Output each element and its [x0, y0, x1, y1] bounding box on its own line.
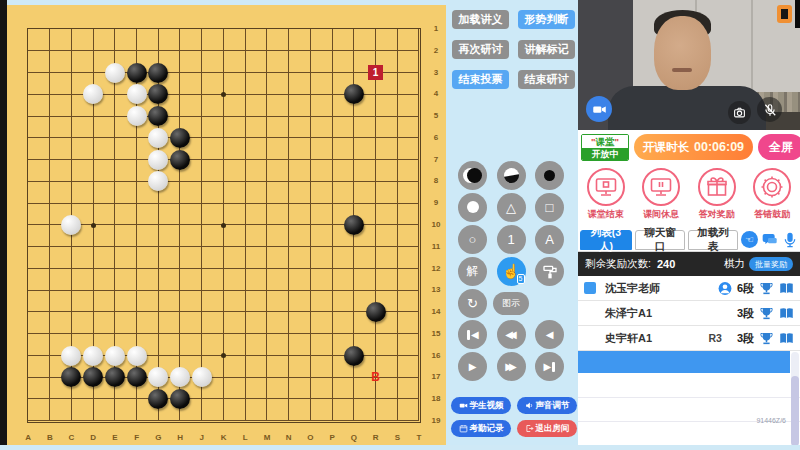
board-point[interactable] [408, 323, 430, 345]
board-point[interactable] [169, 279, 191, 301]
board-point[interactable] [408, 410, 430, 432]
board-point[interactable] [299, 258, 321, 280]
board-point[interactable] [191, 127, 213, 149]
board-point[interactable] [104, 323, 126, 345]
board-point[interactable] [234, 214, 256, 236]
board-point[interactable] [256, 170, 278, 192]
board-point[interactable] [234, 192, 256, 214]
board-point[interactable] [104, 258, 126, 280]
board-point[interactable] [104, 236, 126, 258]
board-point[interactable] [17, 170, 39, 192]
board-point[interactable] [408, 105, 430, 127]
board-point[interactable] [147, 301, 169, 323]
board-point[interactable] [147, 192, 169, 214]
white-stone[interactable] [105, 346, 125, 366]
member-row[interactable]: 沈玉宇老师6段 [578, 276, 800, 301]
scrollbar-thumb[interactable] [791, 376, 799, 446]
board-point[interactable] [234, 149, 256, 171]
board-point[interactable] [169, 105, 191, 127]
board-point[interactable] [82, 192, 104, 214]
board-point[interactable] [321, 388, 343, 410]
board-point[interactable] [234, 279, 256, 301]
board-point[interactable] [278, 410, 300, 432]
board-point[interactable] [299, 149, 321, 171]
board-point[interactable] [213, 388, 235, 410]
board-point[interactable] [82, 323, 104, 345]
white-stone[interactable] [127, 346, 147, 366]
board-point[interactable] [321, 192, 343, 214]
board-point[interactable] [299, 345, 321, 367]
board-point[interactable] [147, 18, 169, 40]
board-point[interactable] [104, 301, 126, 323]
board-point[interactable] [365, 258, 387, 280]
board-point[interactable] [17, 279, 39, 301]
board-point[interactable] [234, 40, 256, 62]
board-point[interactable] [234, 388, 256, 410]
board-point[interactable] [213, 40, 235, 62]
board-point[interactable] [408, 149, 430, 171]
fullscreen-button[interactable]: 全屏 [758, 134, 800, 160]
board-point[interactable] [39, 105, 61, 127]
book-icon[interactable] [779, 331, 794, 346]
board-point[interactable] [234, 105, 256, 127]
board-point[interactable] [365, 236, 387, 258]
board-point[interactable] [256, 149, 278, 171]
tab-加载列表[interactable]: 加载列表 [688, 230, 738, 250]
board-point[interactable] [386, 83, 408, 105]
board-point[interactable] [104, 170, 126, 192]
board-point[interactable] [169, 345, 191, 367]
board-point[interactable] [278, 236, 300, 258]
board-point[interactable] [191, 192, 213, 214]
board-point[interactable] [299, 18, 321, 40]
reward-action-课间休息[interactable]: 课间休息 [642, 168, 680, 221]
board-point[interactable] [17, 323, 39, 345]
board-point[interactable] [82, 410, 104, 432]
board-point[interactable] [343, 18, 365, 40]
board-point[interactable] [147, 40, 169, 62]
board-point[interactable] [386, 323, 408, 345]
white-stone[interactable] [127, 84, 147, 104]
board-point[interactable] [39, 345, 61, 367]
board-point[interactable] [343, 62, 365, 84]
board-point[interactable] [343, 366, 365, 388]
board-point[interactable] [213, 258, 235, 280]
forward-button[interactable]: ▶ [458, 352, 487, 381]
dot-white-button[interactable] [458, 193, 487, 222]
board-point[interactable] [365, 323, 387, 345]
board-point[interactable] [365, 410, 387, 432]
board-point[interactable] [343, 279, 365, 301]
board-point[interactable] [234, 323, 256, 345]
board-point[interactable] [408, 388, 430, 410]
board-point[interactable] [169, 83, 191, 105]
letter-marker-button[interactable]: A [535, 225, 564, 254]
triangle-marker-button[interactable]: △ [497, 193, 526, 222]
board-point[interactable] [256, 192, 278, 214]
board-point[interactable] [17, 127, 39, 149]
board-point[interactable] [299, 323, 321, 345]
board-point[interactable] [299, 170, 321, 192]
board-point[interactable] [408, 170, 430, 192]
board-point[interactable] [278, 62, 300, 84]
board-point[interactable] [61, 388, 83, 410]
board-point[interactable] [39, 170, 61, 192]
board-point[interactable] [147, 258, 169, 280]
white-stone[interactable] [148, 150, 168, 170]
board-point[interactable] [17, 258, 39, 280]
board-point[interactable] [321, 323, 343, 345]
board-point[interactable] [343, 301, 365, 323]
board-point[interactable] [169, 236, 191, 258]
board-point[interactable] [299, 410, 321, 432]
answer-button[interactable]: 解 [458, 257, 487, 286]
board-point[interactable] [408, 40, 430, 62]
board-point[interactable] [256, 127, 278, 149]
board-point[interactable] [213, 323, 235, 345]
board-point[interactable] [17, 388, 39, 410]
board-point[interactable] [408, 214, 430, 236]
board-point[interactable] [82, 258, 104, 280]
board-point[interactable] [234, 366, 256, 388]
board-point[interactable] [256, 214, 278, 236]
board-point[interactable] [299, 192, 321, 214]
board-point[interactable] [39, 62, 61, 84]
black-stone[interactable] [344, 84, 364, 104]
board-point[interactable] [321, 410, 343, 432]
board-point[interactable] [343, 388, 365, 410]
stone-half-button[interactable] [497, 161, 526, 190]
board-point[interactable] [61, 170, 83, 192]
board-point[interactable] [321, 279, 343, 301]
board-point[interactable] [147, 410, 169, 432]
tab-列表(3人)[interactable]: 列表(3人) [580, 230, 632, 250]
selected-row[interactable] [578, 351, 790, 373]
board-point[interactable] [299, 127, 321, 149]
board-point[interactable] [213, 170, 235, 192]
board-point[interactable] [321, 170, 343, 192]
board-point[interactable] [343, 170, 365, 192]
board-point[interactable] [82, 236, 104, 258]
board-point[interactable] [82, 279, 104, 301]
board-point[interactable] [278, 105, 300, 127]
board-point[interactable] [61, 301, 83, 323]
board-point[interactable] [169, 410, 191, 432]
board-point[interactable] [321, 40, 343, 62]
board-point[interactable] [213, 18, 235, 40]
black-stone[interactable] [344, 346, 364, 366]
video-call-button[interactable] [586, 96, 612, 122]
board-point[interactable] [278, 366, 300, 388]
board-point[interactable] [256, 410, 278, 432]
board-point[interactable] [213, 105, 235, 127]
board-point[interactable] [256, 83, 278, 105]
board-point[interactable] [61, 258, 83, 280]
board-point[interactable] [191, 214, 213, 236]
board-point[interactable] [256, 301, 278, 323]
board-point[interactable] [386, 410, 408, 432]
board-point[interactable] [256, 279, 278, 301]
board-point[interactable] [386, 40, 408, 62]
last-move-button[interactable]: ▶ [535, 352, 564, 381]
board-point[interactable] [321, 258, 343, 280]
board-point[interactable] [147, 345, 169, 367]
hand-icon[interactable]: ☜ [741, 231, 758, 248]
board-point[interactable] [191, 258, 213, 280]
board-point[interactable] [39, 40, 61, 62]
board-point[interactable] [386, 62, 408, 84]
board-point[interactable] [408, 83, 430, 105]
board-point[interactable] [82, 149, 104, 171]
board-point[interactable] [234, 410, 256, 432]
board-point[interactable] [234, 345, 256, 367]
board-point[interactable] [104, 410, 126, 432]
board-point[interactable] [299, 62, 321, 84]
board-point[interactable] [191, 40, 213, 62]
board-point[interactable] [17, 105, 39, 127]
session-button-加载讲义[interactable]: 加载讲义 [452, 10, 509, 29]
board-point[interactable] [386, 388, 408, 410]
board-point[interactable] [278, 388, 300, 410]
board-point[interactable] [61, 149, 83, 171]
board-point[interactable] [213, 279, 235, 301]
board-point[interactable] [299, 214, 321, 236]
board-point[interactable] [17, 214, 39, 236]
board-point[interactable] [104, 18, 126, 40]
board-point[interactable] [169, 258, 191, 280]
board-point[interactable] [278, 40, 300, 62]
tab-聊天窗口[interactable]: 聊天窗口 [635, 230, 685, 250]
board-point[interactable] [17, 40, 39, 62]
board-point[interactable] [365, 149, 387, 171]
board-point[interactable] [39, 279, 61, 301]
board-point[interactable] [104, 388, 126, 410]
session-button-再次研讨[interactable]: 再次研讨 [452, 40, 509, 59]
board-point[interactable] [61, 62, 83, 84]
board-point[interactable] [386, 149, 408, 171]
board-point[interactable] [39, 83, 61, 105]
board-point[interactable] [126, 127, 148, 149]
board-point[interactable] [191, 279, 213, 301]
board-point[interactable] [278, 83, 300, 105]
board-point[interactable] [191, 323, 213, 345]
board-point[interactable] [234, 236, 256, 258]
board-point[interactable] [191, 149, 213, 171]
board-point[interactable] [256, 366, 278, 388]
board-point[interactable] [104, 105, 126, 127]
board-point[interactable] [126, 388, 148, 410]
board-point[interactable] [213, 301, 235, 323]
board-point[interactable] [408, 18, 430, 40]
board-point[interactable] [126, 40, 148, 62]
board-point[interactable] [169, 170, 191, 192]
board-point[interactable] [169, 192, 191, 214]
square-marker-button[interactable]: □ [535, 193, 564, 222]
board-point[interactable] [321, 105, 343, 127]
black-stone[interactable] [127, 367, 147, 387]
board-point[interactable] [61, 83, 83, 105]
board-point[interactable] [299, 83, 321, 105]
board-point[interactable] [365, 83, 387, 105]
reward-action-答错鼓励[interactable]: 答错鼓励 [753, 168, 791, 221]
fast-back-button[interactable]: ◀◀ [497, 320, 526, 349]
board-point[interactable] [17, 236, 39, 258]
board-point[interactable] [256, 388, 278, 410]
board-point[interactable] [17, 83, 39, 105]
board-point[interactable] [408, 301, 430, 323]
board-point[interactable] [256, 345, 278, 367]
book-icon[interactable] [779, 306, 794, 321]
board-point[interactable] [386, 18, 408, 40]
reward-action-课堂结束[interactable]: 课堂结束 [587, 168, 625, 221]
board-point[interactable] [343, 192, 365, 214]
board-point[interactable] [82, 301, 104, 323]
board-point[interactable] [256, 40, 278, 62]
board-point[interactable] [147, 236, 169, 258]
board-point[interactable] [104, 127, 126, 149]
board-point[interactable] [278, 214, 300, 236]
board-point[interactable] [104, 214, 126, 236]
board-point[interactable] [126, 170, 148, 192]
board-point[interactable] [256, 236, 278, 258]
board-point[interactable] [278, 258, 300, 280]
stone-black-button[interactable] [458, 161, 487, 190]
board-point[interactable] [365, 40, 387, 62]
board-point[interactable] [278, 18, 300, 40]
board-point[interactable] [39, 18, 61, 40]
go-board[interactable]: 1B ABCDEFGHJKLMNOPQRST 12345678910111213… [7, 5, 446, 445]
board-point[interactable] [39, 388, 61, 410]
board-point[interactable] [169, 18, 191, 40]
board-point[interactable] [234, 258, 256, 280]
session-button-形势判断[interactable]: 形势判断 [518, 10, 575, 29]
board-point[interactable] [234, 18, 256, 40]
board-point[interactable] [213, 366, 235, 388]
black-stone[interactable] [366, 302, 386, 322]
black-stone[interactable] [170, 150, 190, 170]
board-point[interactable] [234, 62, 256, 84]
chat-icon[interactable] [762, 232, 778, 248]
board-point[interactable] [299, 366, 321, 388]
snapshot-button[interactable] [728, 101, 751, 124]
board-point[interactable] [191, 170, 213, 192]
board-point[interactable] [278, 170, 300, 192]
board-point[interactable] [408, 192, 430, 214]
stone-small-black-button[interactable] [535, 161, 564, 190]
board-point[interactable] [104, 40, 126, 62]
board-point[interactable] [386, 301, 408, 323]
board-point[interactable] [278, 279, 300, 301]
board-point[interactable] [39, 301, 61, 323]
board-point[interactable] [126, 236, 148, 258]
board-point[interactable] [278, 192, 300, 214]
board-point[interactable] [213, 236, 235, 258]
board-point[interactable] [17, 62, 39, 84]
board-point[interactable] [17, 345, 39, 367]
trophy-icon[interactable] [759, 331, 774, 346]
board-point[interactable] [17, 18, 39, 40]
book-icon[interactable] [779, 281, 794, 296]
board-point[interactable] [147, 279, 169, 301]
board-point[interactable] [365, 127, 387, 149]
black-stone[interactable] [344, 215, 364, 235]
board-point[interactable] [299, 388, 321, 410]
board-point[interactable] [39, 127, 61, 149]
board-point[interactable] [386, 192, 408, 214]
board-point[interactable] [191, 410, 213, 432]
board-point[interactable] [39, 149, 61, 171]
board-point[interactable] [213, 192, 235, 214]
board-point[interactable] [17, 192, 39, 214]
eraser-button[interactable] [535, 257, 564, 286]
panel-action-声音调节[interactable]: 声音调节 [517, 397, 577, 414]
board-point[interactable] [17, 366, 39, 388]
batch-reward-button[interactable]: 批量奖励 [749, 257, 793, 271]
board-point[interactable] [39, 366, 61, 388]
board-point[interactable] [61, 105, 83, 127]
board-point[interactable] [61, 279, 83, 301]
board-point[interactable] [61, 410, 83, 432]
board-point[interactable] [256, 323, 278, 345]
board-point[interactable] [82, 105, 104, 127]
white-stone[interactable] [105, 63, 125, 83]
board-point[interactable] [82, 40, 104, 62]
trophy-icon[interactable] [759, 281, 774, 296]
board-point[interactable] [365, 214, 387, 236]
board-point[interactable] [82, 18, 104, 40]
board-point[interactable] [234, 127, 256, 149]
board-point[interactable] [191, 18, 213, 40]
board-point[interactable] [386, 236, 408, 258]
board-point[interactable] [104, 149, 126, 171]
board-point[interactable] [386, 345, 408, 367]
board-point[interactable] [61, 40, 83, 62]
board-point[interactable] [321, 345, 343, 367]
board-point[interactable] [39, 192, 61, 214]
session-button-讲解标记[interactable]: 讲解标记 [518, 40, 575, 59]
board-point[interactable] [126, 410, 148, 432]
board-point[interactable] [321, 62, 343, 84]
board-point[interactable] [365, 105, 387, 127]
panel-action-学生视频[interactable]: 学生视频 [451, 397, 511, 414]
board-point[interactable] [256, 18, 278, 40]
board-point[interactable] [191, 105, 213, 127]
board-point[interactable] [126, 192, 148, 214]
board-point[interactable] [39, 410, 61, 432]
board-point[interactable] [147, 323, 169, 345]
board-point[interactable] [39, 323, 61, 345]
session-button-结束投票[interactable]: 结束投票 [452, 70, 509, 89]
board-point[interactable] [321, 18, 343, 40]
member-row[interactable]: 朱泽宁A13段 [578, 301, 800, 326]
board-point[interactable] [365, 388, 387, 410]
board-point[interactable] [343, 258, 365, 280]
board-point[interactable] [126, 279, 148, 301]
board-point[interactable] [343, 149, 365, 171]
board-point[interactable] [278, 149, 300, 171]
board-point[interactable] [408, 258, 430, 280]
board-point[interactable] [169, 40, 191, 62]
board-point[interactable] [61, 192, 83, 214]
board-point[interactable] [408, 236, 430, 258]
trophy-icon[interactable] [759, 306, 774, 321]
board-point[interactable] [408, 127, 430, 149]
black-stone[interactable] [170, 128, 190, 148]
board-point[interactable] [321, 236, 343, 258]
board-point[interactable] [126, 149, 148, 171]
board-point[interactable] [365, 192, 387, 214]
board-point[interactable] [386, 105, 408, 127]
